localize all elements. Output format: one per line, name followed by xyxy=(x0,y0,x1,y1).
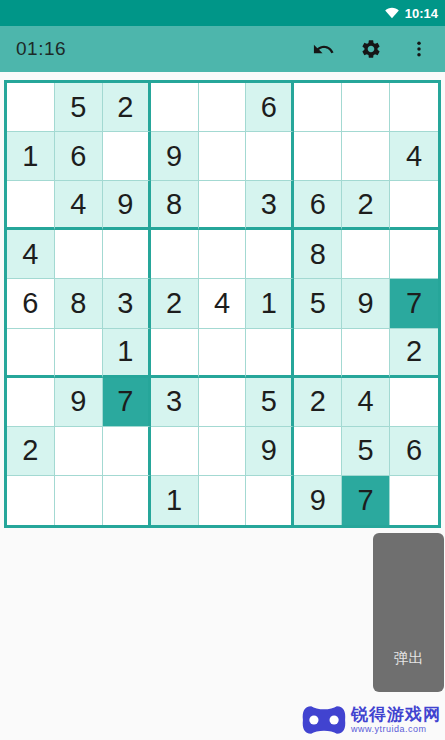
cell-r9c6[interactable] xyxy=(246,476,294,525)
cell-r3c8[interactable]: 2 xyxy=(342,181,390,230)
cell-r3c1[interactable] xyxy=(7,181,55,230)
cell-r5c7[interactable]: 5 xyxy=(294,279,342,328)
cell-r9c2[interactable] xyxy=(55,476,103,525)
cell-r6c2[interactable] xyxy=(55,329,103,378)
gamepad-logo-icon xyxy=(302,704,346,736)
cell-r4c4[interactable] xyxy=(151,230,199,279)
cell-r2c7[interactable] xyxy=(294,132,342,181)
cell-r1c8[interactable] xyxy=(342,83,390,132)
status-bar: 10:14 xyxy=(0,0,445,26)
cell-r9c9[interactable] xyxy=(390,476,438,525)
game-timer: 01:16 xyxy=(16,38,66,60)
cell-r2c5[interactable] xyxy=(199,132,247,181)
cell-r5c5[interactable]: 4 xyxy=(199,279,247,328)
app-bar: 01:16 xyxy=(0,26,445,72)
cell-r7c8[interactable]: 4 xyxy=(342,378,390,427)
cell-r3c9[interactable] xyxy=(390,181,438,230)
cell-r7c7[interactable]: 2 xyxy=(294,378,342,427)
app-bar-actions xyxy=(311,37,431,61)
cell-r3c5[interactable] xyxy=(199,181,247,230)
watermark-url: www.ytruida.com xyxy=(351,725,441,734)
settings-gear-icon[interactable] xyxy=(359,37,383,61)
cell-r6c4[interactable] xyxy=(151,329,199,378)
cell-r3c6[interactable]: 3 xyxy=(246,181,294,230)
cell-r1c9[interactable] xyxy=(390,83,438,132)
watermark: 锐得游戏网 www.ytruida.com xyxy=(302,704,441,736)
cell-r9c1[interactable] xyxy=(7,476,55,525)
cell-r1c1[interactable] xyxy=(7,83,55,132)
cell-r4c1[interactable]: 4 xyxy=(7,230,55,279)
popout-panel-button[interactable]: 弹出 xyxy=(373,533,444,692)
cell-r9c3[interactable] xyxy=(103,476,151,525)
cell-r6c5[interactable] xyxy=(199,329,247,378)
cell-r7c2[interactable]: 9 xyxy=(55,378,103,427)
sudoku-app-screen: 10:14 01:16 5261 xyxy=(0,0,445,740)
cell-r8c4[interactable] xyxy=(151,427,199,476)
cell-r5c1[interactable]: 6 xyxy=(7,279,55,328)
cell-r9c4[interactable]: 1 xyxy=(151,476,199,525)
cell-r2c8[interactable] xyxy=(342,132,390,181)
cell-r2c2[interactable]: 6 xyxy=(55,132,103,181)
cell-r2c9[interactable]: 4 xyxy=(390,132,438,181)
watermark-text: 锐得游戏网 www.ytruida.com xyxy=(351,706,441,734)
cell-r2c1[interactable]: 1 xyxy=(7,132,55,181)
cell-r3c2[interactable]: 4 xyxy=(55,181,103,230)
cell-r5c8[interactable]: 9 xyxy=(342,279,390,328)
undo-icon[interactable] xyxy=(311,37,335,61)
cell-r2c4[interactable]: 9 xyxy=(151,132,199,181)
cell-r1c5[interactable] xyxy=(199,83,247,132)
cell-r9c5[interactable] xyxy=(199,476,247,525)
sudoku-board: 526169449836248683241597129735242956197 xyxy=(4,80,441,528)
popout-panel-label: 弹出 xyxy=(373,649,444,668)
cell-r8c5[interactable] xyxy=(199,427,247,476)
cell-r8c2[interactable] xyxy=(55,427,103,476)
cell-r5c6[interactable]: 1 xyxy=(246,279,294,328)
cell-r5c9[interactable]: 7 xyxy=(390,279,438,328)
cell-r9c8[interactable]: 7 xyxy=(342,476,390,525)
cell-r3c7[interactable]: 6 xyxy=(294,181,342,230)
cell-r6c1[interactable] xyxy=(7,329,55,378)
cell-r6c3[interactable]: 1 xyxy=(103,329,151,378)
cell-r7c4[interactable]: 3 xyxy=(151,378,199,427)
status-bar-clock: 10:14 xyxy=(405,6,438,21)
cell-r7c9[interactable] xyxy=(390,378,438,427)
cell-r5c2[interactable]: 8 xyxy=(55,279,103,328)
cell-r6c9[interactable]: 2 xyxy=(390,329,438,378)
cell-r4c2[interactable] xyxy=(55,230,103,279)
cell-r4c3[interactable] xyxy=(103,230,151,279)
cell-r8c9[interactable]: 6 xyxy=(390,427,438,476)
cell-r6c7[interactable] xyxy=(294,329,342,378)
cell-r8c6[interactable]: 9 xyxy=(246,427,294,476)
wifi-icon xyxy=(384,6,400,20)
cell-r1c6[interactable]: 6 xyxy=(246,83,294,132)
cell-r4c8[interactable] xyxy=(342,230,390,279)
overflow-menu-icon[interactable] xyxy=(407,37,431,61)
cell-r4c9[interactable] xyxy=(390,230,438,279)
cell-r7c6[interactable]: 5 xyxy=(246,378,294,427)
cell-r1c4[interactable] xyxy=(151,83,199,132)
watermark-title: 锐得游戏网 xyxy=(351,706,441,723)
cell-r2c6[interactable] xyxy=(246,132,294,181)
cell-r8c3[interactable] xyxy=(103,427,151,476)
cell-r8c8[interactable]: 5 xyxy=(342,427,390,476)
cell-r4c5[interactable] xyxy=(199,230,247,279)
cell-r3c4[interactable]: 8 xyxy=(151,181,199,230)
cell-r8c7[interactable] xyxy=(294,427,342,476)
cell-r7c3[interactable]: 7 xyxy=(103,378,151,427)
cell-r1c2[interactable]: 5 xyxy=(55,83,103,132)
cell-r5c4[interactable]: 2 xyxy=(151,279,199,328)
cell-r6c8[interactable] xyxy=(342,329,390,378)
cell-r1c3[interactable]: 2 xyxy=(103,83,151,132)
cell-r7c5[interactable] xyxy=(199,378,247,427)
bottom-area: 弹出 锐得游戏网 www.ytruida.com xyxy=(0,528,445,740)
cell-r5c3[interactable]: 3 xyxy=(103,279,151,328)
cell-r3c3[interactable]: 9 xyxy=(103,181,151,230)
cell-r4c7[interactable]: 8 xyxy=(294,230,342,279)
cell-r4c6[interactable] xyxy=(246,230,294,279)
cell-r1c7[interactable] xyxy=(294,83,342,132)
cell-r7c1[interactable] xyxy=(7,378,55,427)
cell-r9c7[interactable]: 9 xyxy=(294,476,342,525)
cell-r6c6[interactable] xyxy=(246,329,294,378)
cell-r2c3[interactable] xyxy=(103,132,151,181)
cell-r8c1[interactable]: 2 xyxy=(7,427,55,476)
